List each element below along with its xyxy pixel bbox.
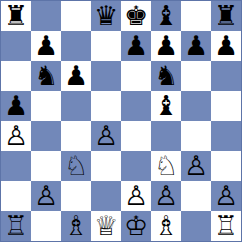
white-rook-a1[interactable]: ♖ [4, 212, 28, 239]
square-b5[interactable] [31, 91, 61, 121]
white-knight-f3[interactable]: ♘ [154, 152, 178, 179]
black-pawn-e7[interactable]: ♟ [124, 32, 148, 59]
square-f8[interactable]: ♝ [151, 1, 181, 31]
square-a8[interactable]: ♜ [1, 1, 31, 31]
square-f5[interactable]: ♝ [151, 91, 181, 121]
square-h1[interactable]: ♖ [211, 211, 241, 241]
black-king-e8[interactable]: ♚ [124, 2, 148, 29]
square-e7[interactable]: ♟ [121, 31, 151, 61]
black-knight-f6[interactable]: ♞ [154, 62, 178, 89]
square-h2[interactable]: ♙ [211, 181, 241, 211]
white-bishop-c1[interactable]: ♗ [64, 212, 88, 239]
square-c7[interactable] [61, 31, 91, 61]
square-c4[interactable] [61, 121, 91, 151]
square-c3[interactable]: ♘ [61, 151, 91, 181]
black-pawn-b7[interactable]: ♟ [34, 32, 58, 59]
square-d6[interactable] [91, 61, 121, 91]
white-pawn-a4[interactable]: ♙ [4, 122, 28, 149]
white-bishop-f1[interactable]: ♗ [154, 212, 178, 239]
black-pawn-h7[interactable]: ♟ [214, 32, 238, 59]
square-d4[interactable]: ♙ [91, 121, 121, 151]
black-knight-b6[interactable]: ♞ [34, 62, 58, 89]
square-c2[interactable] [61, 181, 91, 211]
square-e2[interactable]: ♙ [121, 181, 151, 211]
square-e8[interactable]: ♚ [121, 1, 151, 31]
square-c6[interactable]: ♟ [61, 61, 91, 91]
square-g6[interactable] [181, 61, 211, 91]
square-d3[interactable] [91, 151, 121, 181]
square-f3[interactable]: ♘ [151, 151, 181, 181]
square-f1[interactable]: ♗ [151, 211, 181, 241]
black-bishop-f5[interactable]: ♝ [154, 92, 178, 119]
square-b6[interactable]: ♞ [31, 61, 61, 91]
square-e3[interactable] [121, 151, 151, 181]
white-pawn-e2[interactable]: ♙ [124, 182, 148, 209]
square-e4[interactable] [121, 121, 151, 151]
black-rook-h8[interactable]: ♜ [214, 2, 238, 29]
square-h6[interactable] [211, 61, 241, 91]
chess-board: ♜♛♚♝♜♟♟♟♟♟♞♟♞♟♝♙♙♘♘♙♙♙♙♙♖♗♕♔♗♖ [0, 0, 242, 242]
white-queen-d1[interactable]: ♕ [94, 212, 118, 239]
white-pawn-b2[interactable]: ♙ [34, 182, 58, 209]
square-f7[interactable]: ♟ [151, 31, 181, 61]
black-queen-d8[interactable]: ♛ [94, 2, 118, 29]
square-a5[interactable]: ♟ [1, 91, 31, 121]
black-pawn-f7[interactable]: ♟ [154, 32, 178, 59]
square-g2[interactable] [181, 181, 211, 211]
square-h4[interactable] [211, 121, 241, 151]
square-b8[interactable] [31, 1, 61, 31]
square-b1[interactable] [31, 211, 61, 241]
square-g1[interactable] [181, 211, 211, 241]
square-b4[interactable] [31, 121, 61, 151]
square-g4[interactable] [181, 121, 211, 151]
white-pawn-f2[interactable]: ♙ [154, 182, 178, 209]
square-d2[interactable] [91, 181, 121, 211]
black-rook-a8[interactable]: ♜ [4, 2, 28, 29]
square-g7[interactable]: ♟ [181, 31, 211, 61]
square-b7[interactable]: ♟ [31, 31, 61, 61]
square-d1[interactable]: ♕ [91, 211, 121, 241]
square-a3[interactable] [1, 151, 31, 181]
square-h8[interactable]: ♜ [211, 1, 241, 31]
square-b2[interactable]: ♙ [31, 181, 61, 211]
white-pawn-h2[interactable]: ♙ [214, 182, 238, 209]
white-pawn-d4[interactable]: ♙ [94, 122, 118, 149]
square-d8[interactable]: ♛ [91, 1, 121, 31]
square-b3[interactable] [31, 151, 61, 181]
square-a4[interactable]: ♙ [1, 121, 31, 151]
square-a1[interactable]: ♖ [1, 211, 31, 241]
square-f2[interactable]: ♙ [151, 181, 181, 211]
square-d7[interactable] [91, 31, 121, 61]
white-knight-c3[interactable]: ♘ [64, 152, 88, 179]
square-c1[interactable]: ♗ [61, 211, 91, 241]
square-a6[interactable] [1, 61, 31, 91]
white-rook-h1[interactable]: ♖ [214, 212, 238, 239]
square-a2[interactable] [1, 181, 31, 211]
square-h7[interactable]: ♟ [211, 31, 241, 61]
square-c5[interactable] [61, 91, 91, 121]
square-e1[interactable]: ♔ [121, 211, 151, 241]
square-g8[interactable] [181, 1, 211, 31]
square-e5[interactable] [121, 91, 151, 121]
black-bishop-f8[interactable]: ♝ [154, 2, 178, 29]
square-g5[interactable] [181, 91, 211, 121]
black-pawn-g7[interactable]: ♟ [184, 32, 208, 59]
square-c8[interactable] [61, 1, 91, 31]
square-a7[interactable] [1, 31, 31, 61]
square-h5[interactable] [211, 91, 241, 121]
square-h3[interactable] [211, 151, 241, 181]
square-e6[interactable] [121, 61, 151, 91]
square-f4[interactable] [151, 121, 181, 151]
square-d5[interactable] [91, 91, 121, 121]
white-king-e1[interactable]: ♔ [124, 212, 148, 239]
black-pawn-a5[interactable]: ♟ [4, 92, 28, 119]
square-f6[interactable]: ♞ [151, 61, 181, 91]
white-pawn-g3[interactable]: ♙ [184, 152, 208, 179]
black-pawn-c6[interactable]: ♟ [64, 62, 88, 89]
square-g3[interactable]: ♙ [181, 151, 211, 181]
